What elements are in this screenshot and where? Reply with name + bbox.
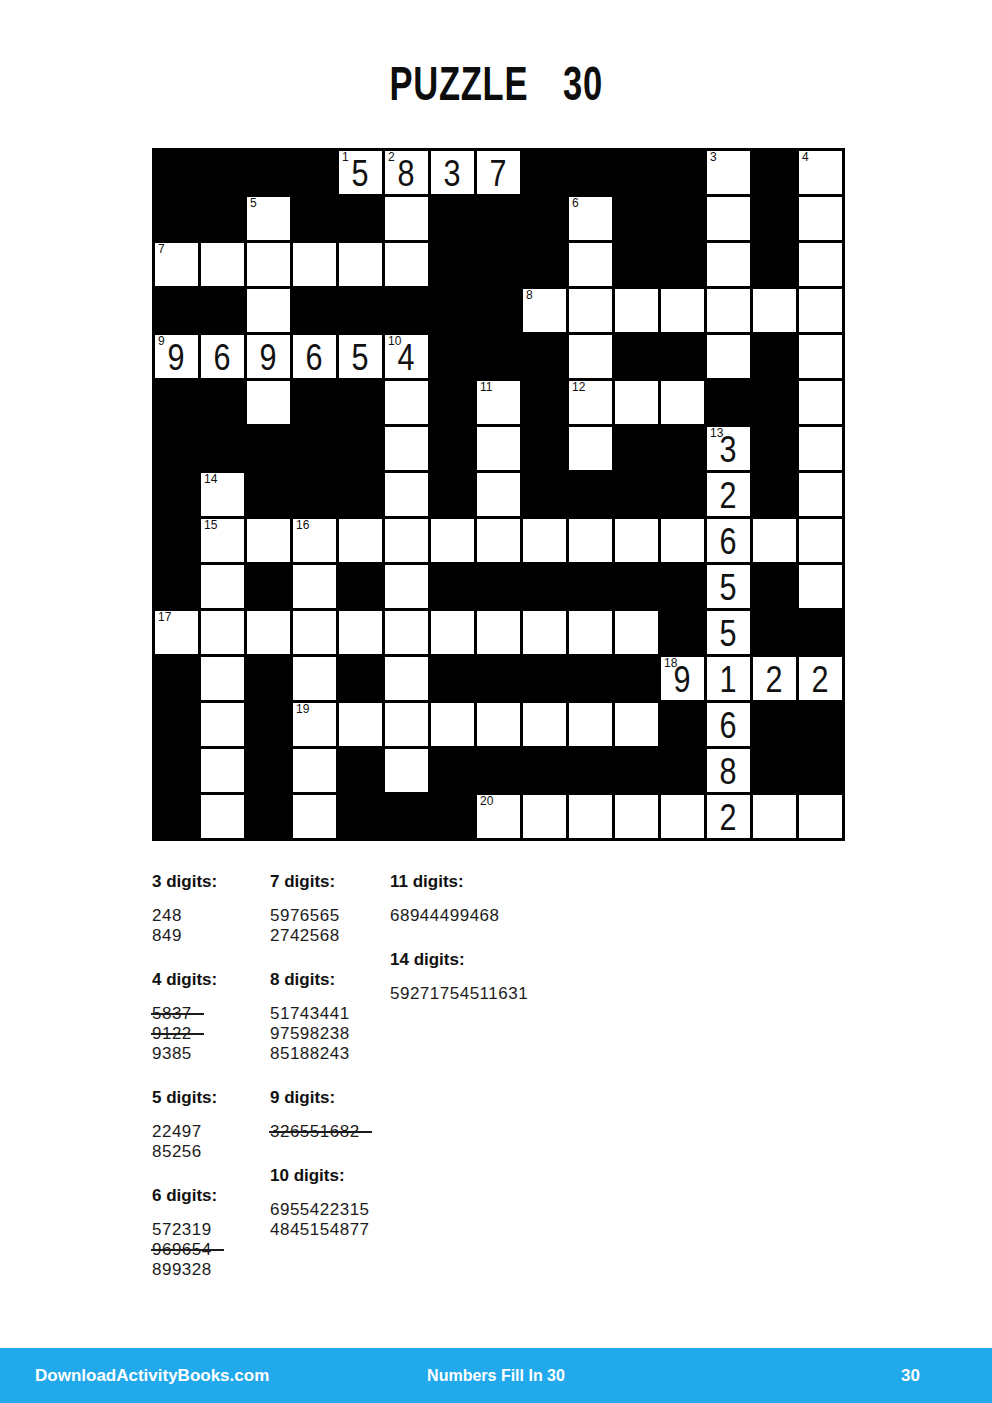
black-cell (661, 473, 704, 516)
cell-r10c4[interactable] (293, 565, 336, 608)
cell-r11c7[interactable] (431, 611, 474, 654)
cell-r11c11[interactable] (615, 611, 658, 654)
black-cell (661, 611, 704, 654)
cell-r5c6[interactable]: 104 (385, 335, 428, 378)
cell-r8c15[interactable] (799, 473, 842, 516)
cell-r15c10[interactable] (569, 795, 612, 838)
cell-r6c10[interactable]: 12 (569, 381, 612, 424)
black-cell (753, 197, 796, 240)
black-cell (569, 565, 612, 608)
clue-item: 248 (152, 906, 264, 926)
clue-group: 7 digits:59765652742568 (270, 872, 388, 946)
black-cell (477, 197, 520, 240)
cell-r11c10[interactable] (569, 611, 612, 654)
cell-r5c2[interactable]: 6 (201, 335, 244, 378)
cell-r9c15[interactable] (799, 519, 842, 562)
clue-item: 9385 (152, 1044, 264, 1064)
black-cell (523, 151, 566, 194)
cell-r12c2[interactable] (201, 657, 244, 700)
cell-r3c10[interactable] (569, 243, 612, 286)
black-cell (339, 289, 382, 332)
cell-r8c13[interactable]: 2 (707, 473, 750, 516)
clue-number: 15 (204, 519, 217, 532)
black-cell (661, 335, 704, 378)
black-cell (431, 197, 474, 240)
cell-r11c4[interactable] (293, 611, 336, 654)
black-cell (615, 151, 658, 194)
black-cell (201, 427, 244, 470)
cell-r5c1[interactable]: 99 (155, 335, 198, 378)
black-cell (247, 565, 290, 608)
cell-r13c9[interactable] (523, 703, 566, 746)
black-cell (615, 335, 658, 378)
cell-r9c8[interactable] (477, 519, 520, 562)
black-cell (569, 657, 612, 700)
cell-r15c15[interactable] (799, 795, 842, 838)
black-cell (523, 565, 566, 608)
cell-r9c10[interactable] (569, 519, 612, 562)
page-title: PUZZLE 30 (0, 56, 992, 111)
clue-number: 1 (342, 151, 349, 164)
clues-column-3: 11 digits:6894449946814 digits:592717545… (390, 872, 610, 1028)
cell-r2c10[interactable]: 6 (569, 197, 612, 240)
black-cell (569, 151, 612, 194)
cell-r8c6[interactable] (385, 473, 428, 516)
cell-r4c9[interactable]: 8 (523, 289, 566, 332)
cell-r15c4[interactable] (293, 795, 336, 838)
clue-item: 572319 (152, 1220, 264, 1240)
cell-r12c12[interactable]: 189 (661, 657, 704, 700)
cell-r4c12[interactable] (661, 289, 704, 332)
cell-r13c4[interactable]: 19 (293, 703, 336, 746)
cell-r7c13[interactable]: 133 (707, 427, 750, 470)
clue-group-header: 7 digits: (270, 872, 388, 892)
black-cell (615, 565, 658, 608)
clue-item-struck: 326551682 (270, 1122, 388, 1142)
cell-r9c2[interactable]: 15 (201, 519, 244, 562)
cell-r11c1[interactable]: 17 (155, 611, 198, 654)
black-cell (201, 289, 244, 332)
black-cell (431, 473, 474, 516)
black-cell (293, 151, 336, 194)
cell-r15c2[interactable] (201, 795, 244, 838)
cell-r13c2[interactable] (201, 703, 244, 746)
cell-r9c12[interactable] (661, 519, 704, 562)
cell-r8c8[interactable] (477, 473, 520, 516)
clue-number: 8 (526, 289, 533, 302)
black-cell (523, 335, 566, 378)
black-cell (799, 703, 842, 746)
cell-r15c12[interactable] (661, 795, 704, 838)
cell-r4c15[interactable] (799, 289, 842, 332)
clue-group-header: 5 digits: (152, 1088, 264, 1108)
clue-number: 17 (158, 611, 171, 624)
printed-digit: 7 (490, 153, 507, 192)
clue-item: 6955422315 (270, 1200, 388, 1220)
clues-column-2: 7 digits:597656527425688 digits:51743441… (270, 872, 388, 1264)
cell-r10c13[interactable]: 5 (707, 565, 750, 608)
black-cell (155, 197, 198, 240)
clue-group-header: 11 digits: (390, 872, 610, 892)
printed-digit: 6 (306, 337, 323, 376)
cell-r9c11[interactable] (615, 519, 658, 562)
clue-group: 6 digits:572319969654899328 (152, 1186, 264, 1280)
clue-group-header: 14 digits: (390, 950, 610, 970)
clue-number: 19 (296, 703, 309, 716)
cell-r2c3[interactable]: 5 (247, 197, 290, 240)
black-cell (569, 473, 612, 516)
clue-item-struck: 5837 (152, 1004, 264, 1024)
clue-number: 5 (250, 197, 257, 210)
black-cell (523, 657, 566, 700)
cell-r15c8[interactable]: 20 (477, 795, 520, 838)
black-cell (247, 473, 290, 516)
black-cell (753, 565, 796, 608)
printed-digit: 9 (168, 337, 185, 376)
cell-r4c3[interactable] (247, 289, 290, 332)
cell-r7c8[interactable] (477, 427, 520, 470)
clue-number: 12 (572, 381, 585, 394)
black-cell (339, 795, 382, 838)
cell-r6c15[interactable] (799, 381, 842, 424)
black-cell (753, 381, 796, 424)
black-cell (339, 473, 382, 516)
cell-r11c8[interactable] (477, 611, 520, 654)
cell-r14c13[interactable]: 8 (707, 749, 750, 792)
cell-r5c15[interactable] (799, 335, 842, 378)
clue-item: 68944499468 (390, 906, 610, 926)
cell-r6c11[interactable] (615, 381, 658, 424)
cell-r3c3[interactable] (247, 243, 290, 286)
printed-digit: 3 (720, 429, 737, 468)
clues-column-1: 3 digits:2488494 digits:5837912293855 di… (152, 872, 264, 1304)
cell-r3c2[interactable] (201, 243, 244, 286)
black-cell (661, 197, 704, 240)
black-cell (247, 427, 290, 470)
clue-item: 51743441 (270, 1004, 388, 1024)
cell-r14c2[interactable] (201, 749, 244, 792)
cell-r13c11[interactable] (615, 703, 658, 746)
cell-r11c6[interactable] (385, 611, 428, 654)
board: 1528373456789969651041112133142151665175… (152, 148, 845, 841)
cell-r13c10[interactable] (569, 703, 612, 746)
cell-r6c8[interactable]: 11 (477, 381, 520, 424)
black-cell (155, 473, 198, 516)
clue-group-header: 6 digits: (152, 1186, 264, 1206)
black-cell (201, 151, 244, 194)
black-cell (661, 703, 704, 746)
black-cell (431, 289, 474, 332)
black-cell (339, 427, 382, 470)
black-cell (477, 335, 520, 378)
black-cell (661, 427, 704, 470)
printed-digit: 8 (720, 751, 737, 790)
black-cell (753, 427, 796, 470)
cell-r2c13[interactable] (707, 197, 750, 240)
clue-group-header: 10 digits: (270, 1166, 388, 1186)
footer-page-number: 30 (901, 1366, 920, 1386)
black-cell (477, 243, 520, 286)
black-cell (753, 749, 796, 792)
cell-r1c7[interactable]: 3 (431, 151, 474, 194)
printed-digit: 3 (444, 153, 461, 192)
clue-item: 899328 (152, 1260, 264, 1280)
clue-item: 4845154877 (270, 1220, 388, 1240)
black-cell (155, 703, 198, 746)
black-cell (753, 611, 796, 654)
black-cell (477, 749, 520, 792)
cell-r3c15[interactable] (799, 243, 842, 286)
black-cell (155, 657, 198, 700)
clue-group: 9 digits:326551682 (270, 1088, 388, 1142)
cell-r7c10[interactable] (569, 427, 612, 470)
clue-number: 4 (802, 151, 809, 164)
black-cell (753, 151, 796, 194)
black-cell (523, 427, 566, 470)
cell-r15c11[interactable] (615, 795, 658, 838)
black-cell (385, 289, 428, 332)
cell-r11c5[interactable] (339, 611, 382, 654)
cell-r4c14[interactable] (753, 289, 796, 332)
clue-group: 4 digits:583791229385 (152, 970, 264, 1064)
black-cell (799, 611, 842, 654)
cell-r13c6[interactable] (385, 703, 428, 746)
cell-r7c6[interactable] (385, 427, 428, 470)
clue-item: 85256 (152, 1142, 264, 1162)
printed-digit: 8 (398, 153, 415, 192)
black-cell (155, 565, 198, 608)
black-cell (477, 657, 520, 700)
black-cell (799, 749, 842, 792)
black-cell (431, 657, 474, 700)
printed-digit: 2 (766, 659, 783, 698)
black-cell (661, 151, 704, 194)
cell-r11c9[interactable] (523, 611, 566, 654)
black-cell (247, 795, 290, 838)
black-cell (155, 795, 198, 838)
cell-r1c8[interactable]: 7 (477, 151, 520, 194)
clue-number: 2 (388, 151, 395, 164)
clue-number: 11 (480, 381, 492, 394)
clue-item: 97598238 (270, 1024, 388, 1044)
clue-group-header: 8 digits: (270, 970, 388, 990)
cell-r12c6[interactable] (385, 657, 428, 700)
cell-r15c13[interactable]: 2 (707, 795, 750, 838)
cell-r3c13[interactable] (707, 243, 750, 286)
clue-group-header: 4 digits: (152, 970, 264, 990)
cell-r10c6[interactable] (385, 565, 428, 608)
black-cell (661, 749, 704, 792)
black-cell (523, 381, 566, 424)
black-cell (247, 657, 290, 700)
printed-digit: 4 (398, 337, 415, 376)
cell-r12c13[interactable]: 1 (707, 657, 750, 700)
cell-r13c13[interactable]: 6 (707, 703, 750, 746)
footer-bar: DownloadActivityBooks.com Numbers Fill I… (0, 1348, 992, 1403)
cell-r9c13[interactable]: 6 (707, 519, 750, 562)
clue-group: 14 digits:59271754511631 (390, 950, 610, 1004)
clue-item-struck: 969654 (152, 1240, 264, 1260)
black-cell (707, 381, 750, 424)
cell-r15c9[interactable] (523, 795, 566, 838)
cell-r3c4[interactable] (293, 243, 336, 286)
black-cell (523, 197, 566, 240)
clue-group-header: 3 digits: (152, 872, 264, 892)
clue-item: 59271754511631 (390, 984, 610, 1004)
black-cell (661, 565, 704, 608)
cell-r10c2[interactable] (201, 565, 244, 608)
cell-r7c15[interactable] (799, 427, 842, 470)
printed-digit: 5 (720, 567, 737, 606)
footer-site-link[interactable]: DownloadActivityBooks.com (35, 1366, 269, 1386)
cell-r5c13[interactable] (707, 335, 750, 378)
black-cell (753, 243, 796, 286)
cell-r3c1[interactable]: 7 (155, 243, 198, 286)
black-cell (431, 565, 474, 608)
cell-r6c3[interactable] (247, 381, 290, 424)
cell-r9c14[interactable] (753, 519, 796, 562)
cell-r5c4[interactable]: 6 (293, 335, 336, 378)
cell-r14c4[interactable] (293, 749, 336, 792)
cell-r11c2[interactable] (201, 611, 244, 654)
clue-number: 16 (296, 519, 309, 532)
clue-number: 20 (480, 795, 493, 808)
cell-r1c13[interactable]: 3 (707, 151, 750, 194)
page-title-text: PUZZLE 30 (389, 56, 602, 111)
black-cell (339, 381, 382, 424)
black-cell (615, 427, 658, 470)
clue-group: 5 digits:2249785256 (152, 1088, 264, 1162)
cell-r15c14[interactable] (753, 795, 796, 838)
black-cell (293, 427, 336, 470)
black-cell (753, 473, 796, 516)
black-cell (523, 473, 566, 516)
cell-r12c15[interactable]: 2 (799, 657, 842, 700)
black-cell (431, 749, 474, 792)
black-cell (247, 749, 290, 792)
black-cell (431, 243, 474, 286)
cell-r11c13[interactable]: 5 (707, 611, 750, 654)
black-cell (431, 381, 474, 424)
cell-r1c6[interactable]: 28 (385, 151, 428, 194)
black-cell (293, 289, 336, 332)
black-cell (615, 197, 658, 240)
clue-number: 7 (158, 243, 165, 256)
cell-r13c7[interactable] (431, 703, 474, 746)
black-cell (615, 243, 658, 286)
black-cell (523, 243, 566, 286)
black-cell (431, 427, 474, 470)
black-cell (431, 795, 474, 838)
clue-number: 14 (204, 473, 217, 486)
printed-digit: 6 (720, 521, 737, 560)
black-cell (155, 749, 198, 792)
cell-r11c3[interactable] (247, 611, 290, 654)
printed-digit: 1 (720, 659, 737, 698)
black-cell (293, 197, 336, 240)
cell-r5c3[interactable]: 9 (247, 335, 290, 378)
black-cell (753, 335, 796, 378)
cell-r13c8[interactable] (477, 703, 520, 746)
cell-r4c11[interactable] (615, 289, 658, 332)
black-cell (247, 151, 290, 194)
cell-r5c5[interactable]: 5 (339, 335, 382, 378)
black-cell (155, 519, 198, 562)
printed-digit: 9 (260, 337, 277, 376)
black-cell (339, 565, 382, 608)
clue-group: 8 digits:517434419759823885188243 (270, 970, 388, 1064)
clue-number: 3 (710, 151, 717, 164)
cell-r5c10[interactable] (569, 335, 612, 378)
cell-r9c3[interactable] (247, 519, 290, 562)
printed-digit: 9 (674, 659, 691, 698)
clue-group: 10 digits:69554223154845154877 (270, 1166, 388, 1240)
clue-item: 2742568 (270, 926, 388, 946)
printed-digit: 2 (720, 797, 737, 836)
cell-r4c13[interactable] (707, 289, 750, 332)
clue-number: 9 (158, 335, 165, 348)
printed-digit: 5 (352, 337, 369, 376)
clue-item: 22497 (152, 1122, 264, 1142)
printed-digit: 6 (720, 705, 737, 744)
cell-r9c5[interactable] (339, 519, 382, 562)
cell-r10c15[interactable] (799, 565, 842, 608)
cell-r3c6[interactable] (385, 243, 428, 286)
cell-r6c12[interactable] (661, 381, 704, 424)
black-cell (615, 657, 658, 700)
printed-digit: 2 (720, 475, 737, 514)
black-cell (523, 749, 566, 792)
clue-number: 6 (572, 197, 579, 210)
printed-digit: 2 (812, 659, 829, 698)
cell-r13c5[interactable] (339, 703, 382, 746)
black-cell (615, 749, 658, 792)
cell-r9c6[interactable] (385, 519, 428, 562)
printed-digit: 5 (720, 613, 737, 652)
black-cell (477, 565, 520, 608)
clue-group: 11 digits:68944499468 (390, 872, 610, 926)
black-cell (477, 289, 520, 332)
cell-r9c4[interactable]: 16 (293, 519, 336, 562)
cell-r4c10[interactable] (569, 289, 612, 332)
black-cell (293, 381, 336, 424)
black-cell (615, 473, 658, 516)
cell-r6c6[interactable] (385, 381, 428, 424)
cell-r9c9[interactable] (523, 519, 566, 562)
black-cell (339, 657, 382, 700)
cell-r8c2[interactable]: 14 (201, 473, 244, 516)
black-cell (293, 473, 336, 516)
black-cell (155, 151, 198, 194)
black-cell (155, 381, 198, 424)
cell-r3c5[interactable] (339, 243, 382, 286)
cell-r14c6[interactable] (385, 749, 428, 792)
printed-digit: 6 (214, 337, 231, 376)
black-cell (201, 381, 244, 424)
cell-r12c4[interactable] (293, 657, 336, 700)
cell-r12c14[interactable]: 2 (753, 657, 796, 700)
cell-r2c15[interactable] (799, 197, 842, 240)
cell-r1c5[interactable]: 15 (339, 151, 382, 194)
black-cell (753, 703, 796, 746)
clue-item: 849 (152, 926, 264, 946)
black-cell (201, 197, 244, 240)
cell-r9c7[interactable] (431, 519, 474, 562)
cell-r1c15[interactable]: 4 (799, 151, 842, 194)
puzzle-page: PUZZLE 30 152837345678996965104111213314… (0, 0, 992, 1403)
clue-group-header: 9 digits: (270, 1088, 388, 1108)
cell-r2c6[interactable] (385, 197, 428, 240)
